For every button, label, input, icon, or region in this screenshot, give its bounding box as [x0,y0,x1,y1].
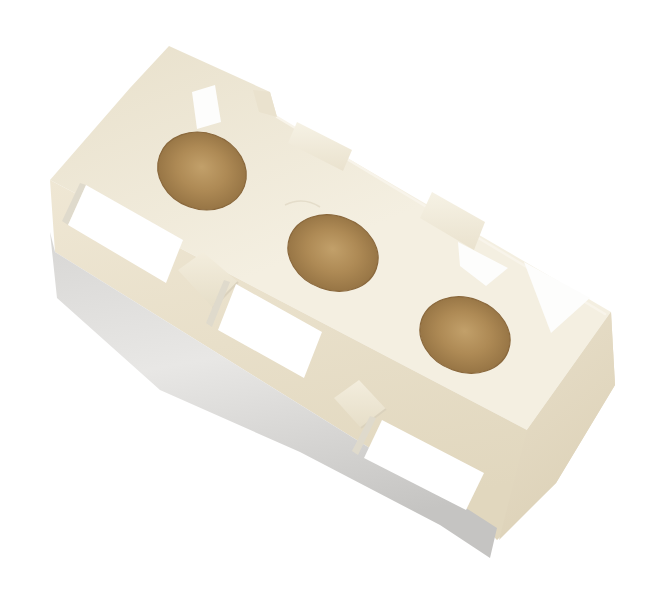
connector-illustration [0,0,663,601]
product-photo [0,0,663,601]
